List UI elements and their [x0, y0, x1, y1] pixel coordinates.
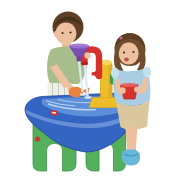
girl-hand-right [134, 87, 140, 93]
boy-eye-right [69, 31, 71, 33]
boy-eye-left [61, 32, 63, 34]
girl-sleeve-left [111, 68, 119, 79]
girl-face [119, 43, 139, 65]
faucet-spout [81, 62, 88, 66]
logo-sticker [50, 110, 58, 115]
girl-leg [126, 127, 138, 153]
product-photo [0, 0, 180, 180]
red-cup-rim [121, 83, 138, 87]
funnel-tube [77, 56, 82, 61]
red-toy-bit [35, 136, 40, 141]
funnel-rim [69, 44, 89, 49]
girl-shoe [122, 150, 140, 166]
girl-sleeve-right [143, 67, 151, 78]
splash-2 [84, 96, 92, 99]
girl-eye-right [132, 51, 134, 53]
girl-mouth [124, 58, 129, 62]
boy-face [56, 23, 77, 45]
girl-eye-left [123, 51, 125, 53]
girl-hand-left [119, 87, 125, 93]
scene-canvas [0, 0, 180, 180]
hair-clip [119, 36, 122, 39]
splash-1 [80, 93, 86, 96]
boy-hand-right [84, 52, 90, 58]
